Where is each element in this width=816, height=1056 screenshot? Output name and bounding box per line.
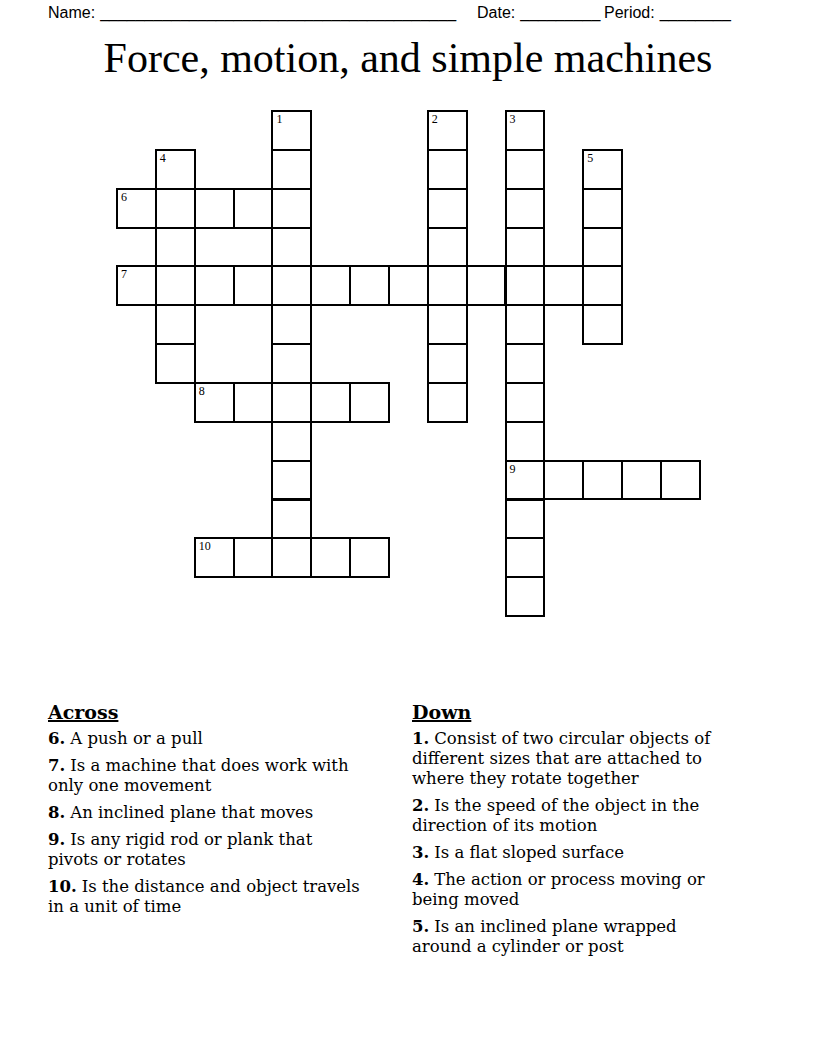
grid-cell[interactable] — [155, 227, 196, 268]
name-label: Name: — [48, 4, 95, 21]
clue-across-8: 8.An inclined plane that moves — [48, 803, 428, 823]
grid-cell[interactable] — [582, 460, 623, 501]
clue-number: 3. — [412, 843, 429, 862]
clue-text: A push or a pull — [70, 729, 203, 748]
across-clues: Across 6.A push or a pull 7.Is a machine… — [48, 701, 428, 924]
clue-number: 7. — [48, 756, 65, 775]
grid-cell[interactable] — [427, 304, 468, 345]
clue-down-2: 2.Is the speed of the object in the dire… — [412, 796, 792, 836]
clue-number: 4. — [412, 870, 429, 889]
grid-cell[interactable] — [505, 576, 546, 617]
grid-cell[interactable]: 3 — [505, 110, 546, 151]
grid-cell[interactable] — [582, 265, 623, 306]
grid-cell-number: 4 — [160, 151, 166, 165]
clue-text: Is the distance and object travels in a … — [48, 877, 360, 916]
across-heading: Across — [48, 701, 428, 723]
grid-cell[interactable] — [194, 188, 235, 229]
grid-cell[interactable]: 2 — [427, 110, 468, 151]
clue-across-7: 7.Is a machine that does work with only … — [48, 756, 428, 796]
grid-cell[interactable] — [388, 265, 429, 306]
name-field: Name:___________________________________… — [48, 3, 456, 23]
grid-cell[interactable] — [155, 265, 196, 306]
clue-across-10: 10.Is the distance and object travels in… — [48, 877, 428, 917]
grid-cell[interactable] — [271, 188, 312, 229]
grid-cell[interactable] — [310, 537, 351, 578]
clue-down-1: 1.Consist of two circular objects of dif… — [412, 729, 792, 789]
grid-cell[interactable] — [310, 382, 351, 423]
grid-cell[interactable] — [505, 537, 546, 578]
clue-text: Is a flat sloped surface — [434, 843, 624, 862]
grid-cell[interactable] — [427, 149, 468, 190]
clue-number: 8. — [48, 803, 65, 822]
grid-cell[interactable] — [543, 265, 584, 306]
grid-cell[interactable] — [271, 149, 312, 190]
date-label: Date: — [477, 4, 515, 21]
clue-number: 9. — [48, 830, 65, 849]
grid-cell[interactable] — [621, 460, 662, 501]
grid-cell[interactable] — [155, 188, 196, 229]
grid-cell[interactable] — [427, 227, 468, 268]
grid-cell[interactable] — [155, 343, 196, 384]
period-label: Period: — [604, 4, 655, 21]
grid-cell[interactable] — [233, 382, 274, 423]
grid-cell[interactable] — [505, 188, 546, 229]
grid-cell[interactable] — [271, 537, 312, 578]
worksheet-page: Name:___________________________________… — [0, 0, 816, 1056]
grid-cell[interactable]: 10 — [194, 537, 235, 578]
date-blank[interactable]: _________ — [520, 4, 600, 21]
grid-cell[interactable] — [505, 227, 546, 268]
grid-cell-number: 1 — [276, 112, 282, 126]
clue-text: The action or process moving or being mo… — [412, 870, 705, 909]
clue-across-6: 6.A push or a pull — [48, 729, 428, 749]
grid-cell[interactable] — [233, 537, 274, 578]
grid-cell-number: 3 — [510, 112, 516, 126]
grid-cell[interactable] — [543, 460, 584, 501]
grid-cell[interactable] — [505, 149, 546, 190]
grid-cell[interactable] — [310, 265, 351, 306]
grid-cell[interactable] — [233, 188, 274, 229]
down-heading: Down — [412, 701, 792, 723]
grid-cell[interactable] — [271, 460, 312, 501]
grid-cell[interactable] — [194, 265, 235, 306]
grid-cell[interactable] — [505, 499, 546, 540]
grid-cell[interactable] — [582, 304, 623, 345]
grid-cell-number: 5 — [587, 151, 593, 165]
grid-cell[interactable]: 7 — [116, 265, 157, 306]
clue-text: Is a machine that does work with only on… — [48, 756, 349, 795]
grid-cell[interactable] — [271, 304, 312, 345]
grid-cell[interactable] — [427, 382, 468, 423]
clue-number: 2. — [412, 796, 429, 815]
grid-cell[interactable] — [271, 421, 312, 462]
grid-cell[interactable] — [505, 304, 546, 345]
grid-cell[interactable] — [233, 265, 274, 306]
grid-cell-number: 2 — [432, 112, 438, 126]
grid-cell[interactable] — [271, 227, 312, 268]
grid-cell-number: 6 — [121, 190, 127, 204]
grid-cell[interactable] — [155, 304, 196, 345]
grid-cell[interactable] — [271, 499, 312, 540]
grid-cell[interactable]: 1 — [271, 110, 312, 151]
grid-cell-number: 7 — [121, 267, 127, 281]
grid-cell[interactable]: 8 — [194, 382, 235, 423]
grid-cell[interactable] — [466, 265, 507, 306]
grid-cell[interactable]: 9 — [505, 460, 546, 501]
clue-number: 1. — [412, 729, 429, 748]
grid-cell[interactable] — [271, 265, 312, 306]
grid-cell[interactable] — [271, 343, 312, 384]
clue-down-5: 5.Is an inclined plane wrapped around a … — [412, 917, 792, 957]
grid-cell-number: 10 — [199, 539, 211, 553]
worksheet-title: Force, motion, and simple machines — [0, 34, 816, 82]
grid-cell[interactable] — [349, 265, 390, 306]
grid-cell[interactable] — [271, 382, 312, 423]
date-field: Date:_________ — [477, 3, 600, 23]
grid-cell-number: 9 — [510, 462, 516, 476]
down-clues: Down 1.Consist of two circular objects o… — [412, 701, 792, 964]
grid-cell[interactable] — [582, 188, 623, 229]
clue-text: Consist of two circular objects of diffe… — [412, 729, 710, 788]
grid-cell[interactable] — [349, 537, 390, 578]
grid-cell[interactable]: 4 — [155, 149, 196, 190]
grid-cell[interactable] — [427, 188, 468, 229]
grid-cell[interactable] — [427, 265, 468, 306]
clue-number: 10. — [48, 877, 77, 896]
clue-down-3: 3.Is a flat sloped surface — [412, 843, 792, 863]
grid-cell[interactable] — [660, 460, 701, 501]
grid-cell[interactable] — [505, 382, 546, 423]
grid-cell[interactable] — [349, 382, 390, 423]
clue-number: 5. — [412, 917, 429, 936]
period-field: Period:________ — [604, 3, 731, 23]
clue-text: Is an inclined plane wrapped around a cy… — [412, 917, 677, 956]
grid-cell[interactable] — [505, 421, 546, 462]
clue-across-9: 9.Is any rigid rod or plank that pivots … — [48, 830, 428, 870]
clue-number: 6. — [48, 729, 65, 748]
crossword-grid: 12345678910 — [116, 110, 701, 617]
clue-down-4: 4.The action or process moving or being … — [412, 870, 792, 910]
grid-cell[interactable] — [427, 343, 468, 384]
grid-cell[interactable] — [505, 343, 546, 384]
grid-cell[interactable]: 5 — [582, 149, 623, 190]
grid-cell[interactable] — [582, 227, 623, 268]
grid-cell[interactable]: 6 — [116, 188, 157, 229]
clue-text: Is any rigid rod or plank that pivots or… — [48, 830, 312, 869]
clue-text: Is the speed of the object in the direct… — [412, 796, 699, 835]
grid-cell[interactable] — [505, 265, 546, 306]
name-blank[interactable]: ________________________________________ — [100, 4, 456, 21]
grid-cell-number: 8 — [199, 384, 205, 398]
clue-text: An inclined plane that moves — [70, 803, 313, 822]
period-blank[interactable]: ________ — [660, 4, 731, 21]
